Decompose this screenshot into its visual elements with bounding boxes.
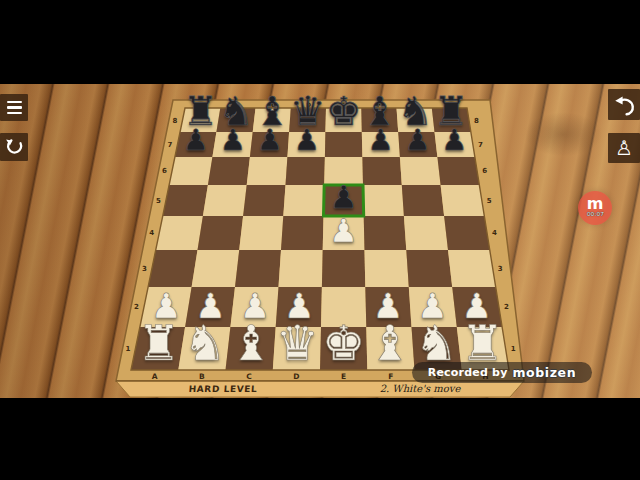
black-pawn-c7[interactable]: ♟ <box>257 126 283 155</box>
undo-button[interactable] <box>608 89 640 120</box>
square-f3[interactable] <box>365 250 409 287</box>
black-pawn-e5[interactable]: ♟ <box>330 182 358 213</box>
square-b5[interactable] <box>203 185 247 216</box>
white-rook-a1[interactable]: ♜ <box>137 318 180 366</box>
square-a6[interactable] <box>169 157 212 185</box>
square-g5[interactable] <box>402 185 444 216</box>
white-pawn-e4[interactable]: ♟ <box>329 215 358 247</box>
square-b3[interactable] <box>192 250 240 287</box>
square-c5[interactable] <box>243 185 285 216</box>
black-pawn-h7[interactable]: ♟ <box>441 126 467 155</box>
level-label: HARD LEVEL <box>188 384 257 394</box>
square-c3[interactable] <box>235 250 281 287</box>
white-queen-d1[interactable]: ♛ <box>276 318 319 366</box>
black-king-e8[interactable]: ♚ <box>326 91 362 131</box>
mobizen-recorder-bubble[interactable]: m 00:07 <box>578 191 612 225</box>
undo-icon <box>611 92 637 118</box>
square-a5[interactable] <box>163 185 208 216</box>
mobizen-logo-icon: m <box>587 197 604 211</box>
rotate-icon <box>2 135 26 159</box>
square-g6[interactable] <box>400 157 441 185</box>
black-pawn-f7[interactable]: ♟ <box>367 126 393 155</box>
square-h5[interactable] <box>441 185 485 216</box>
square-g3[interactable] <box>406 250 452 287</box>
square-c4[interactable] <box>239 216 283 250</box>
menu-button[interactable] <box>0 94 28 121</box>
black-pawn-g7[interactable]: ♟ <box>404 126 430 155</box>
square-c6[interactable] <box>247 157 288 185</box>
rotate-board-button[interactable] <box>0 133 28 161</box>
game-area: AABBCCDDEEFFGGHH8877665544332211 ♜♞♝♛♚♝♞… <box>0 84 640 398</box>
black-pawn-d7[interactable]: ♟ <box>294 126 320 155</box>
white-knight-b1[interactable]: ♞ <box>183 318 226 366</box>
square-d3[interactable] <box>279 250 323 287</box>
screen: AABBCCDDEEFFGGHH8877665544332211 ♜♞♝♛♚♝♞… <box>0 0 640 480</box>
white-bishop-c1[interactable]: ♝ <box>229 318 272 366</box>
square-d6[interactable] <box>286 157 325 185</box>
square-f5[interactable] <box>363 185 404 216</box>
square-e7[interactable] <box>325 132 363 157</box>
black-pawn-b7[interactable]: ♟ <box>220 126 246 155</box>
move-status-label: 2. White's move <box>380 383 461 394</box>
square-e3[interactable] <box>322 250 365 287</box>
square-b4[interactable] <box>198 216 244 250</box>
square-h4[interactable] <box>444 216 490 250</box>
piece-style-button[interactable]: ♙ <box>608 133 640 163</box>
square-a3[interactable] <box>148 250 197 287</box>
pawn-icon: ♙ <box>615 136 633 160</box>
recording-timer: 00:07 <box>586 211 603 216</box>
mobizen-wordmark: mobizen <box>513 365 577 380</box>
square-f6[interactable] <box>362 157 401 185</box>
square-h6[interactable] <box>437 157 479 185</box>
square-g4[interactable] <box>404 216 448 250</box>
square-d4[interactable] <box>281 216 324 250</box>
hamburger-icon <box>7 101 22 103</box>
black-pawn-a7[interactable]: ♟ <box>183 126 209 155</box>
white-rook-h1[interactable]: ♜ <box>461 318 504 366</box>
square-a4[interactable] <box>156 216 203 250</box>
white-bishop-f1[interactable]: ♝ <box>368 318 411 366</box>
square-d5[interactable] <box>283 185 324 216</box>
square-h3[interactable] <box>448 250 496 287</box>
white-knight-g1[interactable]: ♞ <box>414 318 457 366</box>
square-f4[interactable] <box>364 216 407 250</box>
square-b6[interactable] <box>208 157 250 185</box>
white-king-e1[interactable]: ♚ <box>322 318 365 366</box>
